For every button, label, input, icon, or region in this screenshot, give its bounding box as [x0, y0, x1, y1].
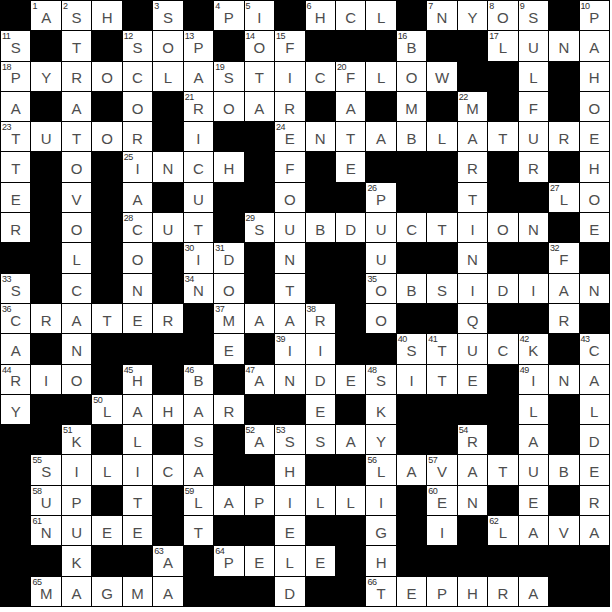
grid-cell-r19-c3[interactable]: K	[62, 546, 91, 575]
grid-cell-r4-c1[interactable]: A	[1, 92, 30, 121]
black-cell-r14-c14	[397, 395, 426, 424]
grid-cell-r5-c16[interactable]: A	[458, 122, 487, 151]
grid-cell-r13-c14[interactable]: I	[397, 365, 426, 394]
grid-cell-r12-c20[interactable]: 43C	[580, 334, 609, 363]
grid-cell-r18-c17[interactable]: 62L	[488, 516, 517, 545]
grid-cell-r18-c18[interactable]: A	[519, 516, 548, 545]
grid-cell-r9-c19[interactable]: 32F	[549, 243, 578, 272]
grid-cell-r3-c7[interactable]: A	[184, 62, 213, 91]
grid-cell-r5-c19[interactable]: R	[549, 122, 578, 151]
grid-cell-r8-c10[interactable]: U	[275, 213, 304, 242]
grid-cell-r2-c5[interactable]: 12S	[123, 31, 152, 60]
grid-cell-r2-c17[interactable]: 17L	[488, 31, 517, 60]
black-cell-r4-c13	[366, 92, 395, 121]
grid-cell-r8-c11[interactable]: B	[306, 213, 335, 242]
grid-cell-r15-c13[interactable]: Y	[366, 425, 395, 454]
grid-cell-r13-c2[interactable]: I	[31, 365, 60, 394]
grid-cell-r2-c9[interactable]: 14O	[245, 31, 274, 60]
grid-cell-r3-c9[interactable]: T	[245, 62, 274, 91]
grid-cell-r16-c17[interactable]: T	[488, 455, 517, 484]
grid-cell-r10-c3[interactable]: C	[62, 274, 91, 303]
grid-cell-r3-c10[interactable]: I	[275, 62, 304, 91]
cell-letter: E	[92, 523, 121, 540]
grid-cell-r4-c18[interactable]: F	[519, 92, 548, 121]
grid-cell-r11-c11[interactable]: 38R	[306, 304, 335, 333]
grid-cell-r3-c2[interactable]: Y	[31, 62, 60, 91]
grid-cell-r13-c18[interactable]: 49I	[519, 365, 548, 394]
cell-letter: E	[214, 342, 243, 359]
grid-cell-r15-c3[interactable]: 51K	[62, 425, 91, 454]
grid-cell-r11-c13[interactable]: O	[366, 304, 395, 333]
grid-cell-r10-c5[interactable]: N	[123, 274, 152, 303]
grid-cell-r14-c20[interactable]: L	[580, 395, 609, 424]
black-cell-r9-c15	[427, 243, 456, 272]
grid-cell-r5-c11[interactable]: N	[306, 122, 335, 151]
grid-cell-r6-c10[interactable]: F	[275, 152, 304, 181]
grid-cell-r16-c5[interactable]: I	[123, 455, 152, 484]
black-cell-r1-c1	[1, 1, 30, 30]
grid-cell-r5-c10[interactable]: 24E	[275, 122, 304, 151]
grid-cell-r5-c20[interactable]: E	[580, 122, 609, 151]
grid-cell-r5-c14[interactable]: B	[397, 122, 426, 151]
grid-cell-r1-c11[interactable]: 6H	[306, 1, 335, 30]
cell-letter: A	[153, 584, 182, 601]
grid-cell-r7-c1[interactable]: E	[1, 183, 30, 212]
grid-cell-r13-c12[interactable]: E	[336, 365, 365, 394]
grid-cell-r13-c13[interactable]: 48S	[366, 365, 395, 394]
grid-cell-r20-c5[interactable]: M	[123, 577, 152, 606]
cell-letter: S	[1, 281, 30, 298]
grid-cell-r8-c13[interactable]: U	[366, 213, 395, 242]
cell-letter: H	[580, 160, 609, 177]
grid-cell-r20-c15[interactable]: P	[427, 577, 456, 606]
black-cell-r14-c12	[336, 395, 365, 424]
grid-cell-r8-c14[interactable]: C	[397, 213, 426, 242]
grid-cell-r12-c3[interactable]: N	[62, 334, 91, 363]
grid-cell-r11-c1[interactable]: 36C	[1, 304, 30, 333]
grid-cell-r16-c3[interactable]: I	[62, 455, 91, 484]
grid-cell-r14-c6[interactable]: H	[153, 395, 182, 424]
grid-cell-r9-c10[interactable]: N	[275, 243, 304, 272]
grid-cell-r18-c7[interactable]: T	[184, 516, 213, 545]
cell-letter: F	[336, 69, 365, 86]
cell-letter: A	[580, 523, 609, 540]
grid-cell-r6-c16[interactable]: R	[458, 152, 487, 181]
grid-cell-r10-c14[interactable]: B	[397, 274, 426, 303]
grid-cell-r20-c17[interactable]: R	[488, 577, 517, 606]
grid-cell-r20-c4[interactable]: G	[92, 577, 121, 606]
grid-cell-r18-c19[interactable]: V	[549, 516, 578, 545]
grid-cell-r1-c3[interactable]: 2S	[62, 1, 91, 30]
grid-cell-r12-c10[interactable]: 39I	[275, 334, 304, 363]
grid-cell-r11-c10[interactable]: A	[275, 304, 304, 333]
grid-cell-r19-c13[interactable]: H	[366, 546, 395, 575]
black-cell-r2-c8	[214, 31, 243, 60]
grid-cell-r17-c12[interactable]: L	[336, 486, 365, 515]
grid-cell-r9-c8[interactable]: 31D	[214, 243, 243, 272]
cell-letter: I	[275, 342, 304, 359]
grid-cell-r15-c16[interactable]: 54R	[458, 425, 487, 454]
grid-cell-r20-c18[interactable]: A	[519, 577, 548, 606]
grid-cell-r13-c15[interactable]: T	[427, 365, 456, 394]
grid-cell-r7-c19[interactable]: 27L	[549, 183, 578, 212]
grid-cell-r3-c13[interactable]: L	[366, 62, 395, 91]
grid-cell-r11-c3[interactable]: A	[62, 304, 91, 333]
grid-cell-r1-c16[interactable]: Y	[458, 1, 487, 30]
grid-cell-r13-c1[interactable]: 44R	[1, 365, 30, 394]
grid-cell-r16-c18[interactable]: U	[519, 455, 548, 484]
cell-letter: U	[275, 220, 304, 237]
grid-cell-r6-c8[interactable]: H	[214, 152, 243, 181]
grid-cell-r17-c7[interactable]: 59L	[184, 486, 213, 515]
black-cell-r17-c17	[488, 486, 517, 515]
grid-cell-r4-c3[interactable]: A	[62, 92, 91, 121]
grid-cell-r11-c9[interactable]: A	[245, 304, 274, 333]
grid-cell-r8-c7[interactable]: T	[184, 213, 213, 242]
grid-cell-r12-c8[interactable]: E	[214, 334, 243, 363]
grid-cell-r7-c20[interactable]: O	[580, 183, 609, 212]
grid-cell-r16-c15[interactable]: 57V	[427, 455, 456, 484]
grid-cell-r13-c3[interactable]: O	[62, 365, 91, 394]
cell-letter: N	[549, 39, 578, 56]
grid-cell-r13-c11[interactable]: D	[306, 365, 335, 394]
grid-cell-r17-c20[interactable]: R	[580, 486, 609, 515]
black-cell-r19-c15	[427, 546, 456, 575]
black-cell-r7-c8	[214, 183, 243, 212]
grid-cell-r9-c16[interactable]: N	[458, 243, 487, 272]
grid-cell-r2-c1[interactable]: 11S	[1, 31, 30, 60]
cell-letter: G	[92, 584, 121, 601]
grid-cell-r18-c20[interactable]: A	[580, 516, 609, 545]
grid-cell-r9-c7[interactable]: 30I	[184, 243, 213, 272]
grid-cell-r18-c15[interactable]: I	[427, 516, 456, 545]
grid-cell-r5-c12[interactable]: T	[336, 122, 365, 151]
cell-letter: H	[153, 402, 182, 419]
cell-letter: E	[580, 130, 609, 147]
grid-cell-r20-c3[interactable]: A	[62, 577, 91, 606]
grid-cell-r3-c14[interactable]: O	[397, 62, 426, 91]
black-cell-r6-c2	[31, 152, 60, 181]
grid-cell-r1-c4[interactable]: H	[92, 1, 121, 30]
grid-cell-r3-c18[interactable]: L	[519, 62, 548, 91]
grid-cell-r17-c16[interactable]: N	[458, 486, 487, 515]
grid-cell-r8-c6[interactable]: U	[153, 213, 182, 242]
grid-cell-r17-c2[interactable]: 58U	[31, 486, 60, 515]
grid-cell-r10-c7[interactable]: 34N	[184, 274, 213, 303]
grid-cell-r16-c14[interactable]: A	[397, 455, 426, 484]
grid-cell-r15-c7[interactable]: S	[184, 425, 213, 454]
grid-cell-r18-c5[interactable]: E	[123, 516, 152, 545]
grid-cell-r17-c8[interactable]: A	[214, 486, 243, 515]
grid-cell-r6-c1[interactable]: T	[1, 152, 30, 181]
cell-letter: A	[184, 69, 213, 86]
black-cell-r11-c20	[580, 304, 609, 333]
grid-cell-r15-c11[interactable]: S	[306, 425, 335, 454]
grid-cell-r12-c17[interactable]: C	[488, 334, 517, 363]
grid-cell-r5-c5[interactable]: R	[123, 122, 152, 151]
grid-cell-r17-c13[interactable]: I	[366, 486, 395, 515]
grid-cell-r8-c3[interactable]: O	[62, 213, 91, 242]
grid-cell-r10-c18[interactable]: I	[519, 274, 548, 303]
grid-cell-r9-c13[interactable]: U	[366, 243, 395, 272]
grid-cell-r20-c6[interactable]: A	[153, 577, 182, 606]
grid-cell-r20-c16[interactable]: H	[458, 577, 487, 606]
grid-cell-r1-c17[interactable]: 8O	[488, 1, 517, 30]
grid-cell-r8-c9[interactable]: 29S	[245, 213, 274, 242]
grid-cell-r16-c4[interactable]: L	[92, 455, 121, 484]
grid-cell-r12-c16[interactable]: U	[458, 334, 487, 363]
grid-cell-r16-c16[interactable]: A	[458, 455, 487, 484]
cell-letter: O	[488, 8, 517, 25]
grid-cell-r16-c19[interactable]: B	[549, 455, 578, 484]
cell-letter: R	[123, 130, 152, 147]
grid-cell-r12-c14[interactable]: 40S	[397, 334, 426, 363]
grid-cell-r15-c12[interactable]: A	[336, 425, 365, 454]
grid-cell-r4-c12[interactable]: A	[336, 92, 365, 121]
grid-cell-r8-c1[interactable]: R	[1, 213, 30, 242]
black-cell-r7-c4	[92, 183, 121, 212]
grid-cell-r20-c13[interactable]: 66T	[366, 577, 395, 606]
black-cell-r14-c3	[62, 395, 91, 424]
grid-cell-r14-c8[interactable]: R	[214, 395, 243, 424]
grid-cell-r14-c1[interactable]: Y	[1, 395, 30, 424]
grid-cell-r1-c12[interactable]: C	[336, 1, 365, 30]
grid-cell-r11-c19[interactable]: R	[549, 304, 578, 333]
grid-cell-r4-c16[interactable]: 22M	[458, 92, 487, 121]
grid-cell-r17-c15[interactable]: 60E	[427, 486, 456, 515]
grid-cell-r5-c3[interactable]: T	[62, 122, 91, 151]
grid-cell-r19-c6[interactable]: 63A	[153, 546, 182, 575]
grid-cell-r16-c2[interactable]: 55S	[31, 455, 60, 484]
grid-cell-r20-c2[interactable]: 65M	[31, 577, 60, 606]
black-cell-r8-c8	[214, 213, 243, 242]
grid-cell-r3-c3[interactable]: R	[62, 62, 91, 91]
grid-cell-r5-c4[interactable]: O	[92, 122, 121, 151]
grid-cell-r8-c18[interactable]: N	[519, 213, 548, 242]
cell-letter: H	[275, 463, 304, 480]
grid-cell-r14-c18[interactable]: L	[519, 395, 548, 424]
grid-cell-r3-c12[interactable]: 20F	[336, 62, 365, 91]
grid-cell-r8-c15[interactable]: T	[427, 213, 456, 242]
grid-cell-r15-c10[interactable]: 53S	[275, 425, 304, 454]
grid-cell-r4-c9[interactable]: A	[245, 92, 274, 121]
grid-cell-r8-c16[interactable]: I	[458, 213, 487, 242]
grid-cell-r1-c15[interactable]: 7N	[427, 1, 456, 30]
grid-cell-r11-c6[interactable]: R	[153, 304, 182, 333]
cell-letter: E	[580, 463, 609, 480]
grid-cell-r5-c15[interactable]: L	[427, 122, 456, 151]
grid-cell-r18-c2[interactable]: 61N	[31, 516, 60, 545]
grid-cell-r10-c8[interactable]: O	[214, 274, 243, 303]
cell-letter: A	[123, 190, 152, 207]
black-cell-r20-c19	[549, 577, 578, 606]
cell-letter: T	[245, 69, 274, 86]
grid-cell-r16-c7[interactable]: A	[184, 455, 213, 484]
grid-cell-r15-c20[interactable]: D	[580, 425, 609, 454]
cell-letter: A	[580, 372, 609, 389]
grid-cell-r19-c8[interactable]: 64P	[214, 546, 243, 575]
grid-cell-r10-c16[interactable]: I	[458, 274, 487, 303]
grid-cell-r15-c5[interactable]: L	[123, 425, 152, 454]
grid-cell-r13-c5[interactable]: 45H	[123, 365, 152, 394]
grid-cell-r17-c10[interactable]: I	[275, 486, 304, 515]
grid-cell-r14-c4[interactable]: 50L	[92, 395, 121, 424]
grid-cell-r11-c2[interactable]: R	[31, 304, 60, 333]
grid-cell-r3-c8[interactable]: 19S	[214, 62, 243, 91]
grid-cell-r6-c12[interactable]: E	[336, 152, 365, 181]
grid-cell-r19-c10[interactable]: L	[275, 546, 304, 575]
grid-cell-r3-c20[interactable]: H	[580, 62, 609, 91]
grid-cell-r20-c14[interactable]: E	[397, 577, 426, 606]
grid-cell-r1-c9[interactable]: 5I	[245, 1, 274, 30]
grid-cell-r8-c20[interactable]: E	[580, 213, 609, 242]
cell-letter: O	[488, 220, 517, 237]
grid-cell-r17-c3[interactable]: P	[62, 486, 91, 515]
crossword-page: 1A2SH3S4P5I6HCL7NY8O9S10P11ST12SO13P14O1…	[0, 0, 612, 612]
cell-letter: T	[62, 39, 91, 56]
grid-cell-r19-c11[interactable]: E	[306, 546, 335, 575]
grid-cell-r16-c13[interactable]: 56L	[366, 455, 395, 484]
grid-cell-r8-c17[interactable]: O	[488, 213, 517, 242]
grid-cell-r16-c20[interactable]: E	[580, 455, 609, 484]
grid-cell-r10-c1[interactable]: 33S	[1, 274, 30, 303]
grid-cell-r5-c2[interactable]: U	[31, 122, 60, 151]
grid-cell-r5-c1[interactable]: 23T	[1, 122, 30, 151]
grid-cell-r17-c11[interactable]: L	[306, 486, 335, 515]
grid-cell-r17-c9[interactable]: P	[245, 486, 274, 515]
grid-cell-r4-c14[interactable]: M	[397, 92, 426, 121]
grid-cell-r6-c5[interactable]: 25I	[123, 152, 152, 181]
grid-cell-r18-c13[interactable]: G	[366, 516, 395, 545]
grid-cell-r3-c4[interactable]: O	[92, 62, 121, 91]
grid-cell-r4-c20[interactable]: O	[580, 92, 609, 121]
grid-cell-r3-c6[interactable]: L	[153, 62, 182, 91]
grid-cell-r2-c18[interactable]: U	[519, 31, 548, 60]
grid-cell-r2-c3[interactable]: T	[62, 31, 91, 60]
grid-cell-r18-c4[interactable]: E	[92, 516, 121, 545]
grid-cell-r5-c17[interactable]: T	[488, 122, 517, 151]
grid-cell-r2-c10[interactable]: 15F	[275, 31, 304, 60]
grid-cell-r20-c10[interactable]: D	[275, 577, 304, 606]
grid-cell-r2-c6[interactable]: O	[153, 31, 182, 60]
grid-cell-r1-c18[interactable]: 9S	[519, 1, 548, 30]
grid-cell-r1-c2[interactable]: 1A	[31, 1, 60, 30]
grid-cell-r13-c16[interactable]: E	[458, 365, 487, 394]
grid-cell-r16-c10[interactable]: H	[275, 455, 304, 484]
cell-letter: A	[366, 130, 395, 147]
grid-cell-r16-c6[interactable]: C	[153, 455, 182, 484]
grid-cell-r5-c7[interactable]: I	[184, 122, 213, 151]
grid-cell-r6-c20[interactable]: H	[580, 152, 609, 181]
grid-cell-r8-c12[interactable]: D	[336, 213, 365, 242]
grid-cell-r12-c11[interactable]: I	[306, 334, 335, 363]
grid-cell-r5-c18[interactable]: U	[519, 122, 548, 151]
grid-cell-r10-c13[interactable]: 35O	[366, 274, 395, 303]
grid-cell-r14-c7[interactable]: A	[184, 395, 213, 424]
grid-cell-r18-c3[interactable]: U	[62, 516, 91, 545]
grid-cell-r2-c7[interactable]: 13P	[184, 31, 213, 60]
grid-cell-r6-c3[interactable]: O	[62, 152, 91, 181]
grid-cell-r14-c13[interactable]: K	[366, 395, 395, 424]
grid-cell-r15-c18[interactable]: A	[519, 425, 548, 454]
grid-cell-r11-c16[interactable]: Q	[458, 304, 487, 333]
grid-cell-r7-c3[interactable]: V	[62, 183, 91, 212]
grid-cell-r12-c18[interactable]: 42K	[519, 334, 548, 363]
grid-cell-r17-c5[interactable]: T	[123, 486, 152, 515]
grid-cell-r1-c8[interactable]: 4P	[214, 1, 243, 30]
grid-cell-r2-c19[interactable]: N	[549, 31, 578, 60]
grid-cell-r9-c3[interactable]: L	[62, 243, 91, 272]
cell-letter: N	[123, 281, 152, 298]
grid-cell-r10-c20[interactable]: N	[580, 274, 609, 303]
grid-cell-r4-c7[interactable]: 21R	[184, 92, 213, 121]
grid-cell-r1-c13[interactable]: L	[366, 1, 395, 30]
grid-cell-r13-c9[interactable]: 47A	[245, 365, 274, 394]
cell-letter: R	[549, 311, 578, 328]
grid-cell-r14-c5[interactable]: A	[123, 395, 152, 424]
grid-cell-r4-c5[interactable]: O	[123, 92, 152, 121]
grid-cell-r2-c20[interactable]: A	[580, 31, 609, 60]
cell-letter: V	[427, 463, 456, 480]
grid-cell-r7-c10[interactable]: O	[275, 183, 304, 212]
grid-cell-r6-c7[interactable]: C	[184, 152, 213, 181]
grid-cell-r7-c16[interactable]: T	[458, 183, 487, 212]
grid-cell-r9-c5[interactable]: O	[123, 243, 152, 272]
grid-cell-r3-c15[interactable]: W	[427, 62, 456, 91]
grid-cell-r14-c11[interactable]: E	[306, 395, 335, 424]
grid-cell-r8-c5[interactable]: 28C	[123, 213, 152, 242]
grid-cell-r15-c9[interactable]: 52A	[245, 425, 274, 454]
grid-cell-r6-c6[interactable]: N	[153, 152, 182, 181]
grid-cell-r6-c18[interactable]: R	[519, 152, 548, 181]
cell-letter: I	[123, 463, 152, 480]
grid-cell-r11-c4[interactable]: T	[92, 304, 121, 333]
grid-cell-r7-c13[interactable]: 26P	[366, 183, 395, 212]
grid-cell-r13-c20[interactable]: A	[580, 365, 609, 394]
grid-cell-r7-c7[interactable]: U	[184, 183, 213, 212]
cell-letter: A	[336, 99, 365, 116]
grid-cell-r11-c5[interactable]: E	[123, 304, 152, 333]
grid-cell-r12-c1[interactable]: A	[1, 334, 30, 363]
black-cell-r11-c12	[336, 304, 365, 333]
grid-cell-r13-c7[interactable]: 46B	[184, 365, 213, 394]
grid-cell-r10-c19[interactable]: A	[549, 274, 578, 303]
grid-cell-r17-c18[interactable]: E	[519, 486, 548, 515]
grid-cell-r12-c15[interactable]: 41T	[427, 334, 456, 363]
grid-cell-r10-c17[interactable]: D	[488, 274, 517, 303]
grid-cell-r3-c11[interactable]: C	[306, 62, 335, 91]
cell-letter: N	[153, 160, 182, 177]
grid-cell-r10-c15[interactable]: S	[427, 274, 456, 303]
grid-cell-r7-c5[interactable]: A	[123, 183, 152, 212]
cell-letter: S	[275, 433, 304, 450]
grid-cell-r3-c1[interactable]: 18P	[1, 62, 30, 91]
grid-cell-r1-c20[interactable]: 10P	[580, 1, 609, 30]
grid-cell-r1-c6[interactable]: 3S	[153, 1, 182, 30]
grid-cell-r13-c19[interactable]: N	[549, 365, 578, 394]
grid-cell-r2-c14[interactable]: 16B	[397, 31, 426, 60]
grid-cell-r4-c8[interactable]: O	[214, 92, 243, 121]
grid-cell-r18-c10[interactable]: E	[275, 516, 304, 545]
grid-cell-r11-c8[interactable]: 37M	[214, 304, 243, 333]
cell-letter: P	[214, 554, 243, 571]
grid-cell-r4-c10[interactable]: R	[275, 92, 304, 121]
grid-cell-r19-c9[interactable]: E	[245, 546, 274, 575]
grid-cell-r10-c10[interactable]: T	[275, 274, 304, 303]
grid-cell-r5-c13[interactable]: A	[366, 122, 395, 151]
grid-cell-r13-c10[interactable]: N	[275, 365, 304, 394]
grid-cell-r3-c5[interactable]: C	[123, 62, 152, 91]
